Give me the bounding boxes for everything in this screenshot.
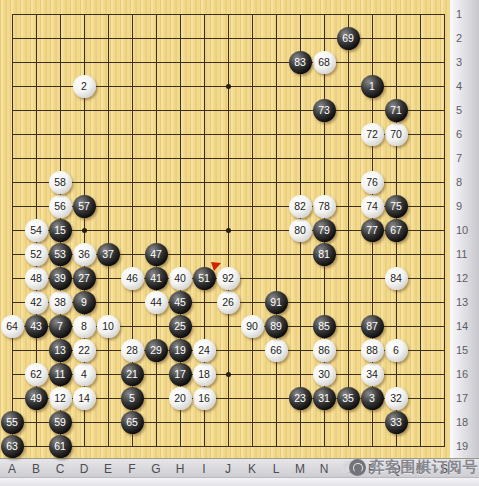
stone-black-81: 81 [313, 243, 336, 266]
stone-white-22: 22 [73, 339, 96, 362]
row-label-7: 7 [456, 151, 462, 165]
stone-black-85: 85 [313, 315, 336, 338]
stone-black-13: 13 [49, 339, 72, 362]
stone-white-32: 32 [385, 387, 408, 410]
go-board[interactable]: 1234567891011121314151617181920212223242… [0, 0, 450, 458]
stone-black-25: 25 [169, 315, 192, 338]
stone-black-39: 39 [49, 267, 72, 290]
stone-black-11: 11 [49, 363, 72, 386]
stone-white-78: 78 [313, 195, 336, 218]
col-label-I: I [195, 460, 213, 478]
stone-black-49: 49 [25, 387, 48, 410]
star-point [226, 228, 231, 233]
stone-black-17: 17 [169, 363, 192, 386]
stone-black-51: 51 [193, 267, 216, 290]
stone-white-62: 62 [25, 363, 48, 386]
col-label-G: G [147, 460, 165, 478]
stone-white-18: 18 [193, 363, 216, 386]
row-label-14: 14 [456, 319, 468, 333]
watermark-logo-icon [349, 459, 366, 476]
stone-black-41: 41 [145, 267, 168, 290]
stone-black-61: 61 [49, 435, 72, 458]
row-label-19: 19 [456, 439, 468, 453]
stone-white-40: 40 [169, 267, 192, 290]
stone-black-29: 29 [145, 339, 168, 362]
row-label-17: 17 [456, 391, 468, 405]
stone-white-6: 6 [385, 339, 408, 362]
stone-white-74: 74 [361, 195, 384, 218]
col-label-B: B [27, 460, 45, 478]
stone-white-10: 10 [97, 315, 120, 338]
stone-black-73: 73 [313, 99, 336, 122]
row-label-2: 2 [456, 31, 462, 45]
stone-black-71: 71 [385, 99, 408, 122]
row-label-8: 8 [456, 175, 462, 189]
stone-black-69: 69 [337, 27, 360, 50]
stone-white-84: 84 [385, 267, 408, 290]
stone-white-24: 24 [193, 339, 216, 362]
row-label-15: 15 [456, 343, 468, 357]
row-label-12: 12 [456, 271, 468, 285]
stone-black-57: 57 [73, 195, 96, 218]
row-label-16: 16 [456, 367, 468, 381]
stone-white-8: 8 [73, 315, 96, 338]
stone-black-21: 21 [121, 363, 144, 386]
stone-white-86: 86 [313, 339, 336, 362]
stone-black-53: 53 [49, 243, 72, 266]
stone-white-36: 36 [73, 243, 96, 266]
stone-black-75: 75 [385, 195, 408, 218]
stone-black-65: 65 [121, 411, 144, 434]
stone-white-30: 30 [313, 363, 336, 386]
stone-white-76: 76 [361, 171, 384, 194]
col-label-C: C [51, 460, 69, 478]
row-label-9: 9 [456, 199, 462, 213]
watermark: 弈客围棋订阅号 [341, 455, 479, 479]
stone-black-67: 67 [385, 219, 408, 242]
stone-black-91: 91 [265, 291, 288, 314]
stone-white-20: 20 [169, 387, 192, 410]
stone-white-80: 80 [289, 219, 312, 242]
stone-white-46: 46 [121, 267, 144, 290]
star-point [226, 372, 231, 377]
stone-black-3: 3 [361, 387, 384, 410]
stone-white-42: 42 [25, 291, 48, 314]
stone-white-26: 26 [217, 291, 240, 314]
stone-black-5: 5 [121, 387, 144, 410]
stone-white-90: 90 [241, 315, 264, 338]
stone-white-38: 38 [49, 291, 72, 314]
star-point [82, 228, 87, 233]
go-diagram: 1234567891011121314151617181920212223242… [0, 0, 479, 486]
grid-line-vertical [420, 14, 421, 447]
col-label-E: E [99, 460, 117, 478]
stone-black-33: 33 [385, 411, 408, 434]
stone-white-66: 66 [265, 339, 288, 362]
grid-line-vertical [348, 14, 349, 447]
stone-black-79: 79 [313, 219, 336, 242]
stone-black-31: 31 [313, 387, 336, 410]
stone-black-59: 59 [49, 411, 72, 434]
col-label-A: A [3, 460, 21, 478]
stone-white-82: 82 [289, 195, 312, 218]
stone-white-44: 44 [145, 291, 168, 314]
stone-white-2: 2 [73, 75, 96, 98]
stone-white-34: 34 [361, 363, 384, 386]
stone-white-4: 4 [73, 363, 96, 386]
stone-white-64: 64 [1, 315, 24, 338]
col-label-F: F [123, 460, 141, 478]
col-label-M: M [291, 460, 309, 478]
grid-line-vertical [444, 14, 445, 447]
stone-black-7: 7 [49, 315, 72, 338]
stone-black-23: 23 [289, 387, 312, 410]
col-label-L: L [267, 460, 285, 478]
stone-white-48: 48 [25, 267, 48, 290]
stone-black-83: 83 [289, 51, 312, 74]
stone-white-88: 88 [361, 339, 384, 362]
col-label-J: J [219, 460, 237, 478]
stone-black-9: 9 [73, 291, 96, 314]
row-coordinates-strip: 12345678910111213141516171819 [450, 0, 479, 458]
stone-white-16: 16 [193, 387, 216, 410]
stone-white-72: 72 [361, 123, 384, 146]
stone-black-47: 47 [145, 243, 168, 266]
row-label-3: 3 [456, 55, 462, 69]
stone-black-15: 15 [49, 219, 72, 242]
col-label-N: N [315, 460, 333, 478]
stone-white-52: 52 [25, 243, 48, 266]
stone-white-28: 28 [121, 339, 144, 362]
stone-black-55: 55 [1, 411, 24, 434]
stone-white-68: 68 [313, 51, 336, 74]
col-label-D: D [75, 460, 93, 478]
stone-black-77: 77 [361, 219, 384, 242]
row-label-13: 13 [456, 295, 468, 309]
stone-white-70: 70 [385, 123, 408, 146]
row-label-11: 11 [456, 247, 467, 261]
grid-line-horizontal [12, 422, 445, 423]
stone-black-1: 1 [361, 75, 384, 98]
stone-black-89: 89 [265, 315, 288, 338]
stone-white-14: 14 [73, 387, 96, 410]
stone-black-87: 87 [361, 315, 384, 338]
row-label-10: 10 [456, 223, 468, 237]
row-label-1: 1 [456, 7, 462, 21]
grid-line-vertical [276, 14, 277, 447]
row-label-5: 5 [456, 103, 462, 117]
stone-white-58: 58 [49, 171, 72, 194]
grid-line-horizontal [12, 446, 445, 447]
grid-line-vertical [252, 14, 253, 447]
watermark-label: 弈客围棋订阅号 [370, 458, 479, 477]
row-label-18: 18 [456, 415, 468, 429]
stone-white-54: 54 [25, 219, 48, 242]
stone-white-12: 12 [49, 387, 72, 410]
stone-black-43: 43 [25, 315, 48, 338]
stone-black-63: 63 [1, 435, 24, 458]
col-label-H: H [171, 460, 189, 478]
row-label-4: 4 [456, 79, 462, 93]
stone-black-37: 37 [97, 243, 120, 266]
stone-black-19: 19 [169, 339, 192, 362]
star-point [226, 84, 231, 89]
row-label-6: 6 [456, 127, 462, 141]
stone-black-27: 27 [73, 267, 96, 290]
stone-black-35: 35 [337, 387, 360, 410]
stone-black-45: 45 [169, 291, 192, 314]
stone-white-56: 56 [49, 195, 72, 218]
stone-white-92: 92 [217, 267, 240, 290]
col-label-K: K [243, 460, 261, 478]
